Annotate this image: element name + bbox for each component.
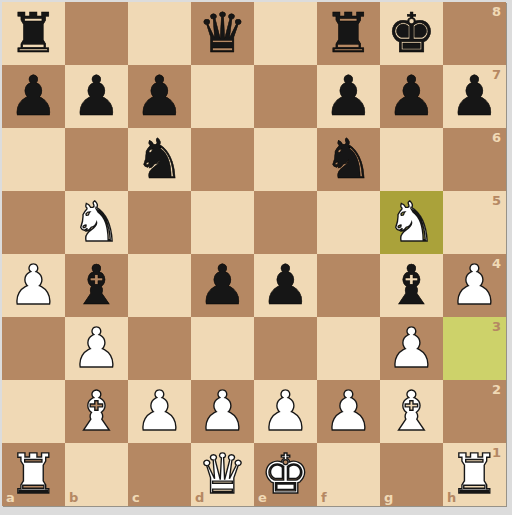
square-h6[interactable]: 6 [443,128,506,191]
square-c3[interactable] [128,317,191,380]
black-knight[interactable]: ♞ [317,128,380,191]
white-queen[interactable]: ♛ [191,443,254,506]
square-b3[interactable]: ♟ [65,317,128,380]
file-label-g: g [384,491,393,504]
square-g1[interactable]: g [380,443,443,506]
rank-label-6: 6 [492,131,501,144]
square-d1[interactable]: d♛ [191,443,254,506]
square-c5[interactable] [128,191,191,254]
square-f6[interactable]: ♞ [317,128,380,191]
square-c6[interactable]: ♞ [128,128,191,191]
square-g6[interactable] [380,128,443,191]
black-pawn[interactable]: ♟ [317,65,380,128]
square-g4[interactable]: ♝ [380,254,443,317]
square-c8[interactable] [128,2,191,65]
square-d3[interactable] [191,317,254,380]
page: { "game": "chess", "position": { "fen": … [0,0,512,515]
square-b2[interactable]: ♝ [65,380,128,443]
square-b5[interactable]: ♞ [65,191,128,254]
square-e2[interactable]: ♟ [254,380,317,443]
white-pawn[interactable]: ♟ [254,380,317,443]
square-h3[interactable]: 3 [443,317,506,380]
square-d5[interactable] [191,191,254,254]
square-b1[interactable]: b [65,443,128,506]
square-a2[interactable] [2,380,65,443]
square-b4[interactable]: ♝ [65,254,128,317]
rank-label-3: 3 [492,320,501,333]
white-knight[interactable]: ♞ [65,191,128,254]
square-f5[interactable] [317,191,380,254]
square-f3[interactable] [317,317,380,380]
square-a4[interactable]: ♟ [2,254,65,317]
black-pawn[interactable]: ♟ [191,254,254,317]
file-label-c: c [132,491,140,504]
rank-label-8: 8 [492,5,501,18]
square-h8[interactable]: 8 [443,2,506,65]
square-a7[interactable]: ♟ [2,65,65,128]
white-pawn[interactable]: ♟ [2,254,65,317]
square-b8[interactable] [65,2,128,65]
white-rook[interactable]: ♜ [2,443,65,506]
square-f2[interactable]: ♟ [317,380,380,443]
square-c7[interactable]: ♟ [128,65,191,128]
square-d7[interactable] [191,65,254,128]
square-f8[interactable]: ♜ [317,2,380,65]
square-c2[interactable]: ♟ [128,380,191,443]
white-knight[interactable]: ♞ [380,191,443,254]
square-e3[interactable] [254,317,317,380]
white-pawn[interactable]: ♟ [443,254,506,317]
square-f1[interactable]: f [317,443,380,506]
white-pawn[interactable]: ♟ [317,380,380,443]
square-e1[interactable]: e♚ [254,443,317,506]
black-pawn[interactable]: ♟ [380,65,443,128]
black-pawn[interactable]: ♟ [443,65,506,128]
white-pawn[interactable]: ♟ [191,380,254,443]
black-bishop[interactable]: ♝ [65,254,128,317]
square-g5[interactable]: ♞ [380,191,443,254]
black-queen[interactable]: ♛ [191,2,254,65]
white-pawn[interactable]: ♟ [380,317,443,380]
black-pawn[interactable]: ♟ [65,65,128,128]
square-a6[interactable] [2,128,65,191]
file-label-f: f [321,491,327,504]
square-e6[interactable] [254,128,317,191]
square-f7[interactable]: ♟ [317,65,380,128]
chess-board: ♜♛♜♚8♟♟♟♟♟7♟♞♞6♞♞5♟♝♟♟♝4♟♟♟3♝♟♟♟♟♝2a♜bcd… [2,2,506,506]
rank-label-2: 2 [492,383,501,396]
square-d4[interactable]: ♟ [191,254,254,317]
black-rook[interactable]: ♜ [2,2,65,65]
square-e5[interactable] [254,191,317,254]
square-d2[interactable]: ♟ [191,380,254,443]
black-king[interactable]: ♚ [380,2,443,65]
square-g2[interactable]: ♝ [380,380,443,443]
square-h5[interactable]: 5 [443,191,506,254]
square-e8[interactable] [254,2,317,65]
square-e4[interactable]: ♟ [254,254,317,317]
black-rook[interactable]: ♜ [317,2,380,65]
square-f4[interactable] [317,254,380,317]
square-h1[interactable]: 1h♜ [443,443,506,506]
black-pawn[interactable]: ♟ [254,254,317,317]
square-b6[interactable] [65,128,128,191]
white-pawn[interactable]: ♟ [65,317,128,380]
square-e7[interactable] [254,65,317,128]
black-bishop[interactable]: ♝ [380,254,443,317]
black-knight[interactable]: ♞ [128,128,191,191]
square-b7[interactable]: ♟ [65,65,128,128]
black-pawn[interactable]: ♟ [128,65,191,128]
white-king[interactable]: ♚ [254,443,317,506]
square-c1[interactable]: c [128,443,191,506]
square-c4[interactable] [128,254,191,317]
white-bishop[interactable]: ♝ [380,380,443,443]
file-label-b: b [69,491,78,504]
square-g8[interactable]: ♚ [380,2,443,65]
white-rook[interactable]: ♜ [443,443,506,506]
square-d8[interactable]: ♛ [191,2,254,65]
square-g3[interactable]: ♟ [380,317,443,380]
square-h2[interactable]: 2 [443,380,506,443]
square-h7[interactable]: 7♟ [443,65,506,128]
white-pawn[interactable]: ♟ [128,380,191,443]
square-a8[interactable]: ♜ [2,2,65,65]
square-h4[interactable]: 4♟ [443,254,506,317]
square-d6[interactable] [191,128,254,191]
square-a1[interactable]: a♜ [2,443,65,506]
square-a3[interactable] [2,317,65,380]
black-pawn[interactable]: ♟ [2,65,65,128]
rank-label-5: 5 [492,194,501,207]
white-bishop[interactable]: ♝ [65,380,128,443]
square-a5[interactable] [2,191,65,254]
square-g7[interactable]: ♟ [380,65,443,128]
